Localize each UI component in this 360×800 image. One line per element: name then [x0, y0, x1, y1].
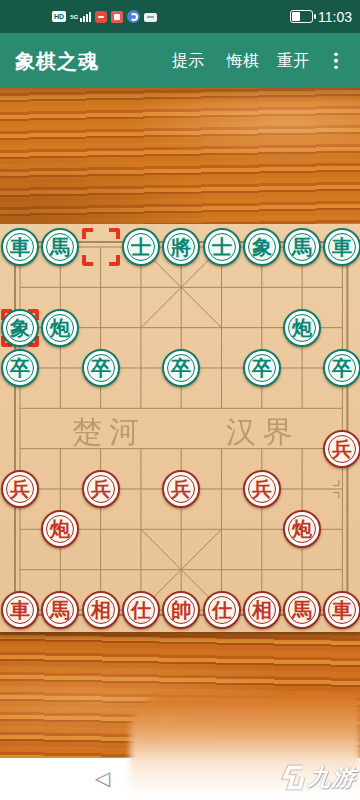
piece-glyph: 帥: [171, 600, 191, 620]
piece-glyph: 車: [10, 237, 30, 257]
phone-screen: HD 5G 11:03 象棋之魂 提示 悔棋 重开 楚河: [0, 0, 360, 800]
message-notification-icon: [144, 13, 157, 22]
piece-red-horse[interactable]: 馬: [41, 591, 79, 629]
piece-glyph: 馬: [50, 237, 70, 257]
xiangqi-board[interactable]: 楚河 汉界 車馬士將士象馬車象炮炮卒卒卒卒卒兵兵兵兵兵炮炮車馬相仕帥仕相馬車: [0, 224, 360, 632]
piece-black-cannon[interactable]: 炮: [41, 309, 79, 347]
battery-icon: [290, 10, 313, 23]
piece-red-cannon[interactable]: 炮: [41, 510, 79, 548]
piece-red-advisor[interactable]: 仕: [203, 591, 241, 629]
red-app-notification-icon: [95, 11, 107, 23]
piece-red-soldier[interactable]: 兵: [82, 470, 120, 508]
piece-glyph: 車: [10, 600, 30, 620]
piece-black-elephant[interactable]: 象: [243, 228, 281, 266]
piece-red-horse[interactable]: 馬: [283, 591, 321, 629]
piece-black-horse[interactable]: 馬: [41, 228, 79, 266]
kebab-menu-icon[interactable]: [332, 50, 340, 71]
piece-glyph: 炮: [50, 318, 70, 338]
piece-glyph: 兵: [171, 479, 191, 499]
signal-bars-icon: [80, 12, 91, 22]
back-button[interactable]: ◁: [95, 766, 110, 790]
piece-glyph: 兵: [332, 439, 352, 459]
piece-red-general[interactable]: 帥: [162, 591, 200, 629]
piece-black-soldier[interactable]: 卒: [243, 349, 281, 387]
blue-circle-notification-icon: [127, 10, 140, 23]
piece-red-advisor[interactable]: 仕: [122, 591, 160, 629]
piece-glyph: 相: [91, 600, 111, 620]
pink-app-notification-icon: [111, 11, 123, 23]
piece-black-soldier[interactable]: 卒: [1, 349, 39, 387]
piece-glyph: 馬: [292, 237, 312, 257]
restart-button[interactable]: 重开: [277, 50, 309, 71]
signal-icon: 5G: [70, 12, 91, 22]
piece-glyph: 馬: [50, 600, 70, 620]
piece-red-soldier[interactable]: 兵: [162, 470, 200, 508]
piece-black-advisor[interactable]: 士: [203, 228, 241, 266]
river-label-left: 楚河: [72, 412, 146, 453]
piece-glyph: 兵: [252, 479, 272, 499]
piece-glyph: 相: [252, 600, 272, 620]
board-grid: [0, 224, 360, 632]
piece-glyph: 兵: [91, 479, 111, 499]
piece-glyph: 車: [332, 600, 352, 620]
status-icons-right: 11:03: [290, 10, 352, 24]
piece-black-soldier[interactable]: 卒: [162, 349, 200, 387]
status-icons-left: HD 5G: [52, 10, 157, 23]
piece-red-soldier[interactable]: 兵: [1, 470, 39, 508]
piece-red-chariot[interactable]: 車: [1, 591, 39, 629]
piece-glyph: 卒: [171, 358, 191, 378]
clock-label: 11:03: [318, 10, 352, 24]
hd-icon: HD: [52, 11, 66, 22]
piece-glyph: 仕: [131, 600, 151, 620]
piece-glyph: 象: [10, 318, 30, 338]
piece-glyph: 炮: [50, 519, 70, 539]
piece-glyph: 仕: [212, 600, 232, 620]
piece-glyph: 卒: [91, 358, 111, 378]
piece-black-horse[interactable]: 馬: [283, 228, 321, 266]
piece-black-chariot[interactable]: 車: [1, 228, 39, 266]
hint-button[interactable]: 提示: [172, 50, 204, 71]
piece-glyph: 炮: [292, 519, 312, 539]
piece-glyph: 兵: [10, 479, 30, 499]
piece-black-chariot[interactable]: 車: [323, 228, 360, 266]
status-bar: HD 5G 11:03: [0, 0, 360, 33]
piece-red-soldier[interactable]: 兵: [323, 430, 360, 468]
river-label-right: 汉界: [226, 412, 300, 453]
piece-black-soldier[interactable]: 卒: [323, 349, 360, 387]
jiuyou-watermark: 九游: [280, 762, 356, 792]
piece-glyph: 士: [212, 237, 232, 257]
piece-black-cannon[interactable]: 炮: [283, 309, 321, 347]
piece-glyph: 卒: [10, 358, 30, 378]
network-type-label: 5G: [70, 14, 78, 20]
jiuyou-logo-icon: [280, 762, 306, 792]
piece-red-cannon[interactable]: 炮: [283, 510, 321, 548]
piece-glyph: 將: [171, 237, 191, 257]
watermark-text: 九游: [307, 766, 357, 789]
piece-glyph: 象: [252, 237, 272, 257]
piece-black-elephant[interactable]: 象: [1, 309, 39, 347]
piece-red-soldier[interactable]: 兵: [243, 470, 281, 508]
wood-table-top: [0, 88, 360, 224]
piece-glyph: 卒: [332, 358, 352, 378]
piece-glyph: 炮: [292, 318, 312, 338]
app-bar: 象棋之魂 提示 悔棋 重开: [0, 33, 360, 88]
undo-move-button[interactable]: 悔棋: [227, 50, 259, 71]
piece-red-elephant[interactable]: 相: [82, 591, 120, 629]
app-title: 象棋之魂: [15, 47, 99, 74]
piece-glyph: 馬: [292, 600, 312, 620]
piece-black-soldier[interactable]: 卒: [82, 349, 120, 387]
piece-glyph: 士: [131, 237, 151, 257]
piece-black-general[interactable]: 將: [162, 228, 200, 266]
piece-black-advisor[interactable]: 士: [122, 228, 160, 266]
piece-red-elephant[interactable]: 相: [243, 591, 281, 629]
piece-red-chariot[interactable]: 車: [323, 591, 360, 629]
piece-glyph: 車: [332, 237, 352, 257]
piece-glyph: 卒: [252, 358, 272, 378]
